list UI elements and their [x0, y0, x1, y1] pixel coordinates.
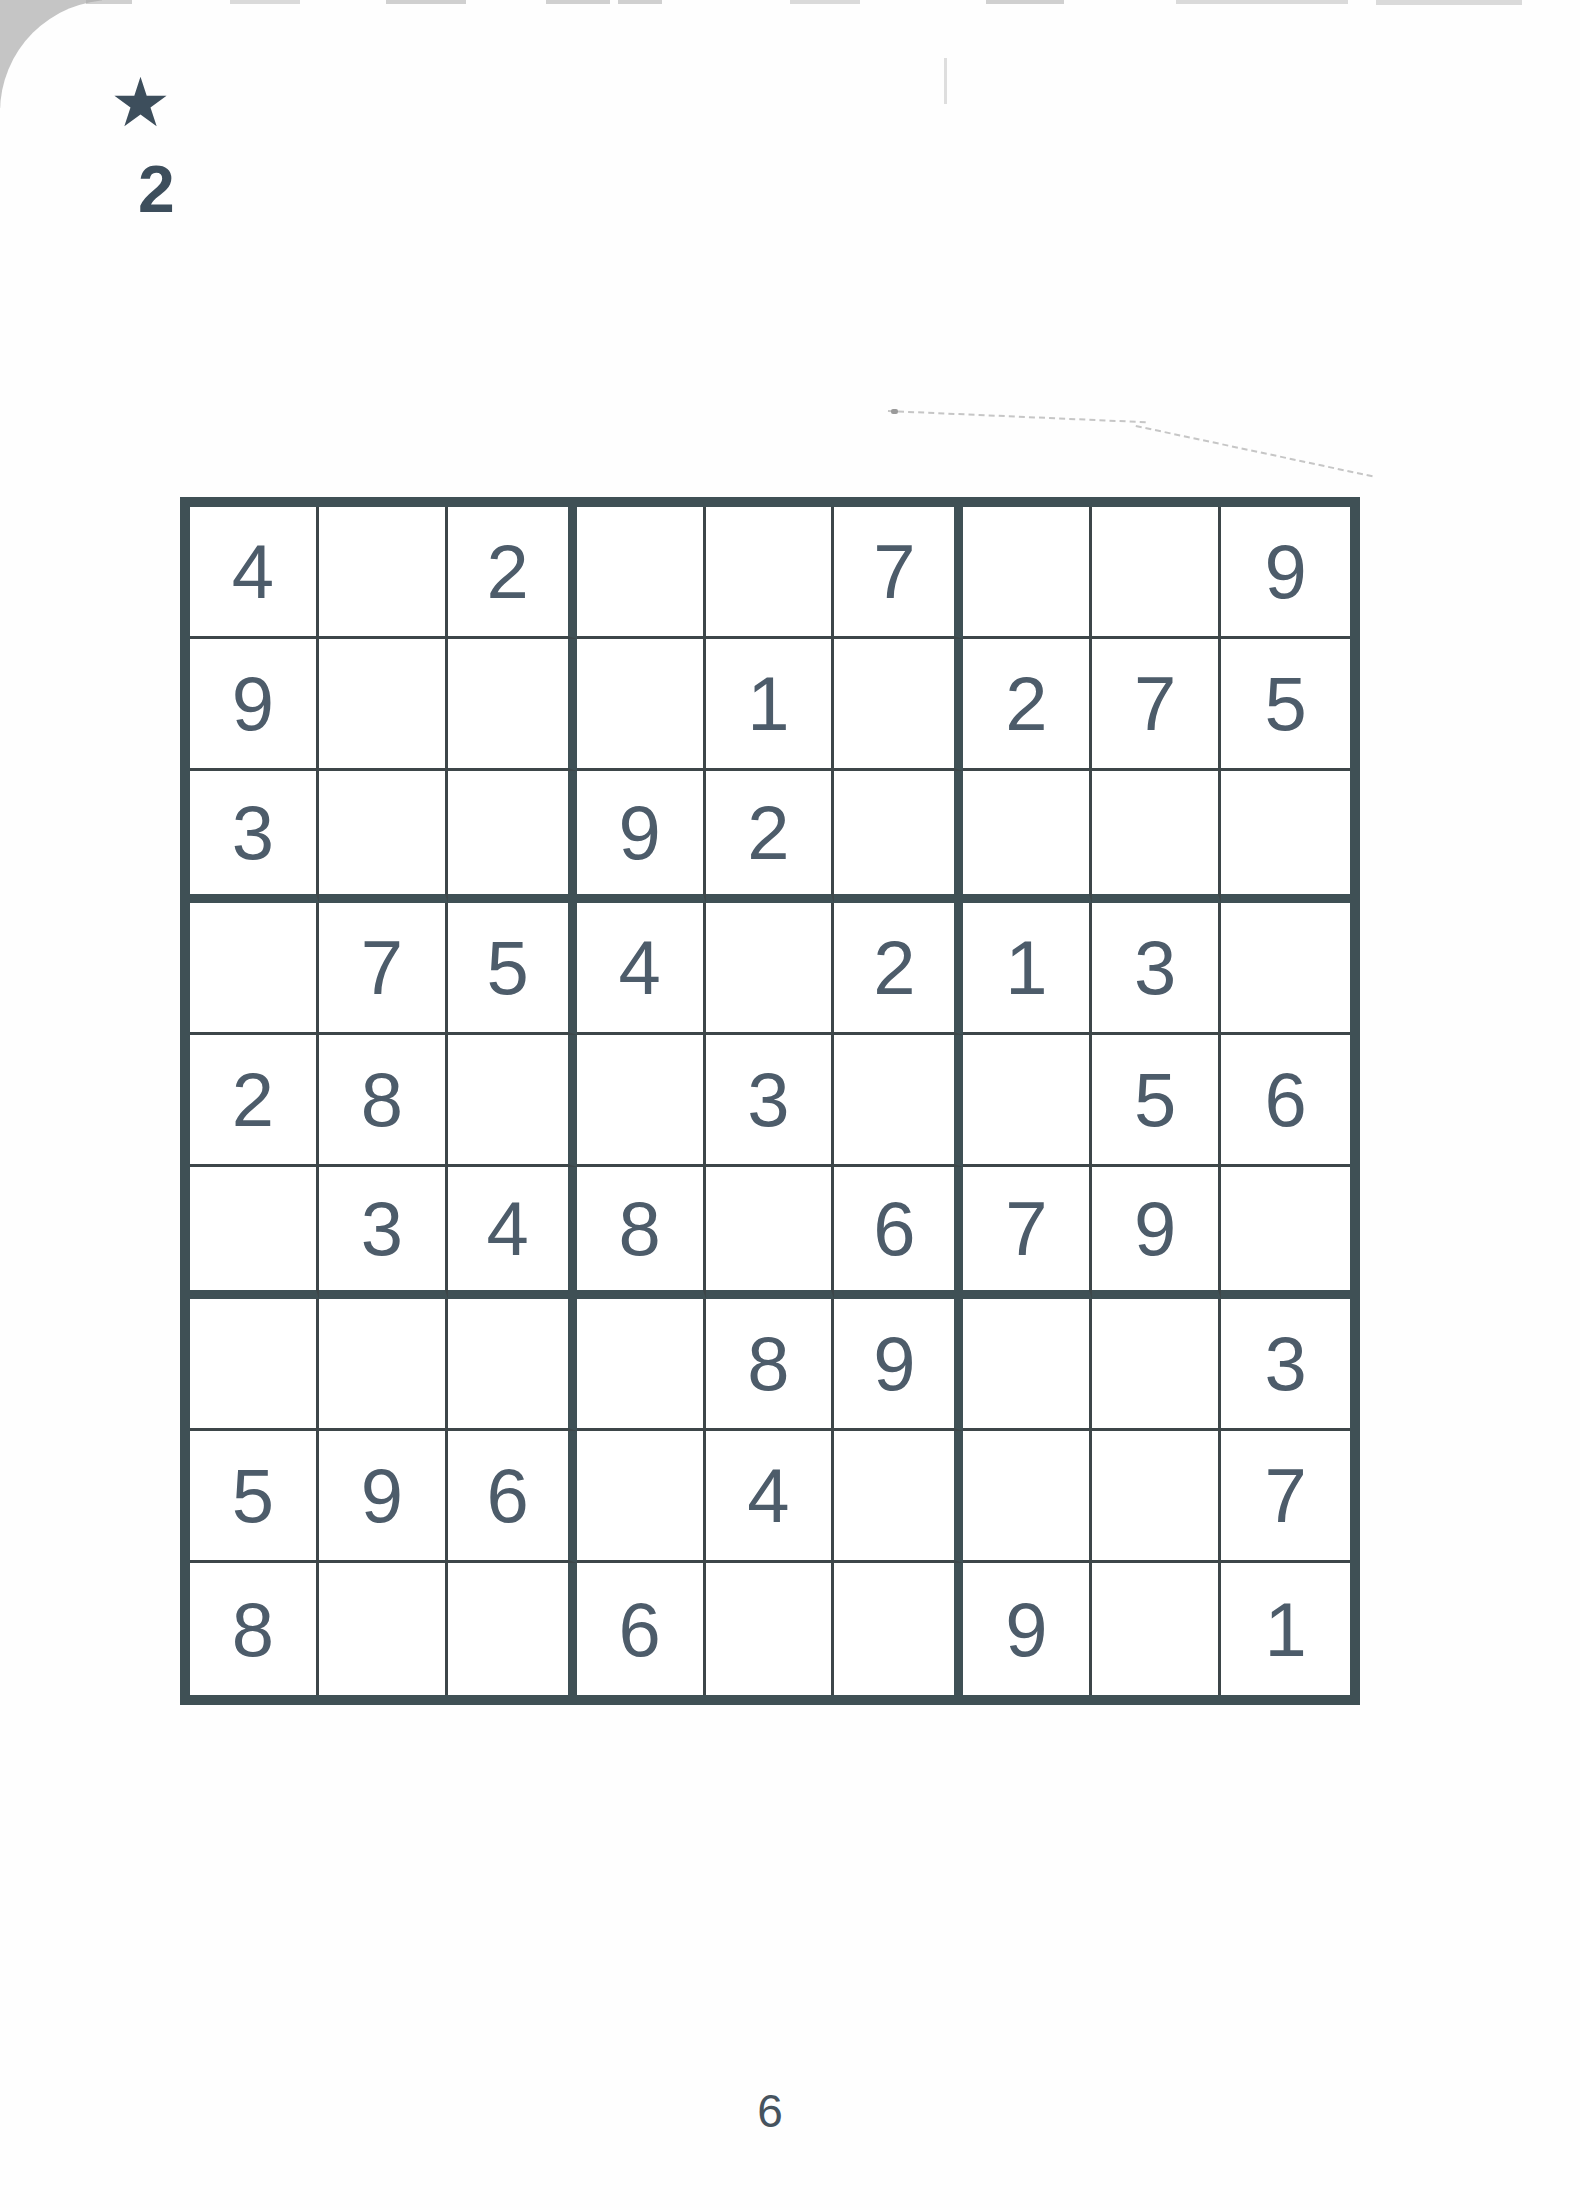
sudoku-cell-r3c3[interactable] [448, 771, 577, 903]
sudoku-cell-r7c2[interactable] [319, 1299, 448, 1431]
sudoku-cell-r3c7[interactable] [963, 771, 1092, 903]
scan-edge-streak [1176, 0, 1348, 4]
scan-smudge [944, 58, 947, 104]
sudoku-cell-r4c1[interactable] [190, 903, 319, 1035]
sudoku-cell-r2c3[interactable] [448, 639, 577, 771]
sudoku-cell-r6c9[interactable] [1221, 1167, 1350, 1299]
sudoku-cell-r2c8[interactable]: 7 [1092, 639, 1221, 771]
sudoku-cell-r4c7[interactable]: 1 [963, 903, 1092, 1035]
sudoku-cell-r6c8[interactable]: 9 [1092, 1167, 1221, 1299]
sudoku-cell-r5c7[interactable] [963, 1035, 1092, 1167]
sudoku-cell-r9c5[interactable] [706, 1563, 835, 1695]
sudoku-cell-r5c4[interactable] [577, 1035, 706, 1167]
sudoku-cell-r6c6[interactable]: 6 [834, 1167, 963, 1299]
sudoku-cell-r7c1[interactable] [190, 1299, 319, 1431]
sudoku-cell-r1c4[interactable] [577, 507, 706, 639]
sudoku-cell-r3c4[interactable]: 9 [577, 771, 706, 903]
scan-edge-streak [546, 0, 610, 4]
sudoku-cell-r7c9[interactable]: 3 [1221, 1299, 1350, 1431]
sudoku-cell-r7c8[interactable] [1092, 1299, 1221, 1431]
sudoku-cell-r3c5[interactable]: 2 [706, 771, 835, 903]
sudoku-cell-r4c3[interactable]: 5 [448, 903, 577, 1035]
sudoku-cell-r5c5[interactable]: 3 [706, 1035, 835, 1167]
sudoku-cell-r6c4[interactable]: 8 [577, 1167, 706, 1299]
sudoku-cell-r5c9[interactable]: 6 [1221, 1035, 1350, 1167]
scan-speck [891, 409, 898, 414]
sudoku-cell-r9c3[interactable] [448, 1563, 577, 1695]
sudoku-cell-r9c7[interactable]: 9 [963, 1563, 1092, 1695]
page-number: 6 [740, 2084, 800, 2138]
sudoku-cell-r1c1[interactable]: 4 [190, 507, 319, 639]
sudoku-cell-r2c6[interactable] [834, 639, 963, 771]
sudoku-cell-r1c9[interactable]: 9 [1221, 507, 1350, 639]
sudoku-cell-r7c7[interactable] [963, 1299, 1092, 1431]
sudoku-cell-r5c6[interactable] [834, 1035, 963, 1167]
sudoku-cell-r8c5[interactable]: 4 [706, 1431, 835, 1563]
sudoku-cell-r6c7[interactable]: 7 [963, 1167, 1092, 1299]
sudoku-cell-r7c4[interactable] [577, 1299, 706, 1431]
sudoku-cell-r2c7[interactable]: 2 [963, 639, 1092, 771]
scan-edge-streak [86, 0, 132, 4]
sudoku-cell-r5c8[interactable]: 5 [1092, 1035, 1221, 1167]
sudoku-cell-r4c5[interactable] [706, 903, 835, 1035]
sudoku-cell-r1c7[interactable] [963, 507, 1092, 639]
sudoku-cell-r9c6[interactable] [834, 1563, 963, 1695]
difficulty-star-icon: ★ [110, 68, 171, 136]
sudoku-cell-r1c8[interactable] [1092, 507, 1221, 639]
sudoku-cell-r7c6[interactable]: 9 [834, 1299, 963, 1431]
sudoku-cell-r9c2[interactable] [319, 1563, 448, 1695]
sudoku-cell-r8c2[interactable]: 9 [319, 1431, 448, 1563]
sudoku-cell-r4c6[interactable]: 2 [834, 903, 963, 1035]
sudoku-cell-r9c9[interactable]: 1 [1221, 1563, 1350, 1695]
scan-diagonal-line [1136, 425, 1373, 477]
scan-edge-streak [1376, 0, 1522, 5]
scan-edge-streak [986, 0, 1064, 4]
sudoku-cell-r2c1[interactable]: 9 [190, 639, 319, 771]
sudoku-cell-r7c3[interactable] [448, 1299, 577, 1431]
sudoku-cell-r7c5[interactable]: 8 [706, 1299, 835, 1431]
sudoku-cell-r4c9[interactable] [1221, 903, 1350, 1035]
sudoku-cell-r9c1[interactable]: 8 [190, 1563, 319, 1695]
sudoku-cell-r5c2[interactable]: 8 [319, 1035, 448, 1167]
sudoku-cell-r6c1[interactable] [190, 1167, 319, 1299]
sudoku-cell-r4c4[interactable]: 4 [577, 903, 706, 1035]
sudoku-cell-r6c2[interactable]: 3 [319, 1167, 448, 1299]
sudoku-cell-r8c6[interactable] [834, 1431, 963, 1563]
sudoku-cell-r9c4[interactable]: 6 [577, 1563, 706, 1695]
sudoku-cell-r8c8[interactable] [1092, 1431, 1221, 1563]
scan-diagonal-line [888, 410, 1146, 423]
sudoku-cell-r2c9[interactable]: 5 [1221, 639, 1350, 771]
sudoku-cell-r3c1[interactable]: 3 [190, 771, 319, 903]
sudoku-cell-r8c7[interactable] [963, 1431, 1092, 1563]
sudoku-cell-r8c1[interactable]: 5 [190, 1431, 319, 1563]
scan-edge-streak [790, 0, 860, 4]
sudoku-cell-r6c3[interactable]: 4 [448, 1167, 577, 1299]
sudoku-cell-r4c8[interactable]: 3 [1092, 903, 1221, 1035]
sudoku-cell-r3c2[interactable] [319, 771, 448, 903]
sudoku-cell-r2c5[interactable]: 1 [706, 639, 835, 771]
sudoku-cell-r1c5[interactable] [706, 507, 835, 639]
sudoku-cell-r2c2[interactable] [319, 639, 448, 771]
puzzle-number: 2 [138, 156, 175, 222]
sudoku-cell-r1c2[interactable] [319, 507, 448, 639]
sudoku-cell-r3c8[interactable] [1092, 771, 1221, 903]
sudoku-cell-r3c9[interactable] [1221, 771, 1350, 903]
sudoku-cell-r2c4[interactable] [577, 639, 706, 771]
sudoku-cell-r1c6[interactable]: 7 [834, 507, 963, 639]
sudoku-cell-r9c8[interactable] [1092, 1563, 1221, 1695]
sudoku-board: 4279912753927542132835634867989359647869… [180, 497, 1360, 1705]
sudoku-cell-r6c5[interactable] [706, 1167, 835, 1299]
sudoku-cell-r8c9[interactable]: 7 [1221, 1431, 1350, 1563]
sudoku-cell-r5c1[interactable]: 2 [190, 1035, 319, 1167]
scan-edge-streak [618, 0, 662, 4]
sudoku-cell-r3c6[interactable] [834, 771, 963, 903]
scan-edge-streak [386, 0, 466, 4]
scan-edge-streak [230, 0, 300, 4]
sudoku-cell-r8c4[interactable] [577, 1431, 706, 1563]
sudoku-cell-r4c2[interactable]: 7 [319, 903, 448, 1035]
sudoku-cell-r8c3[interactable]: 6 [448, 1431, 577, 1563]
sudoku-cell-r5c3[interactable] [448, 1035, 577, 1167]
sudoku-cell-r1c3[interactable]: 2 [448, 507, 577, 639]
